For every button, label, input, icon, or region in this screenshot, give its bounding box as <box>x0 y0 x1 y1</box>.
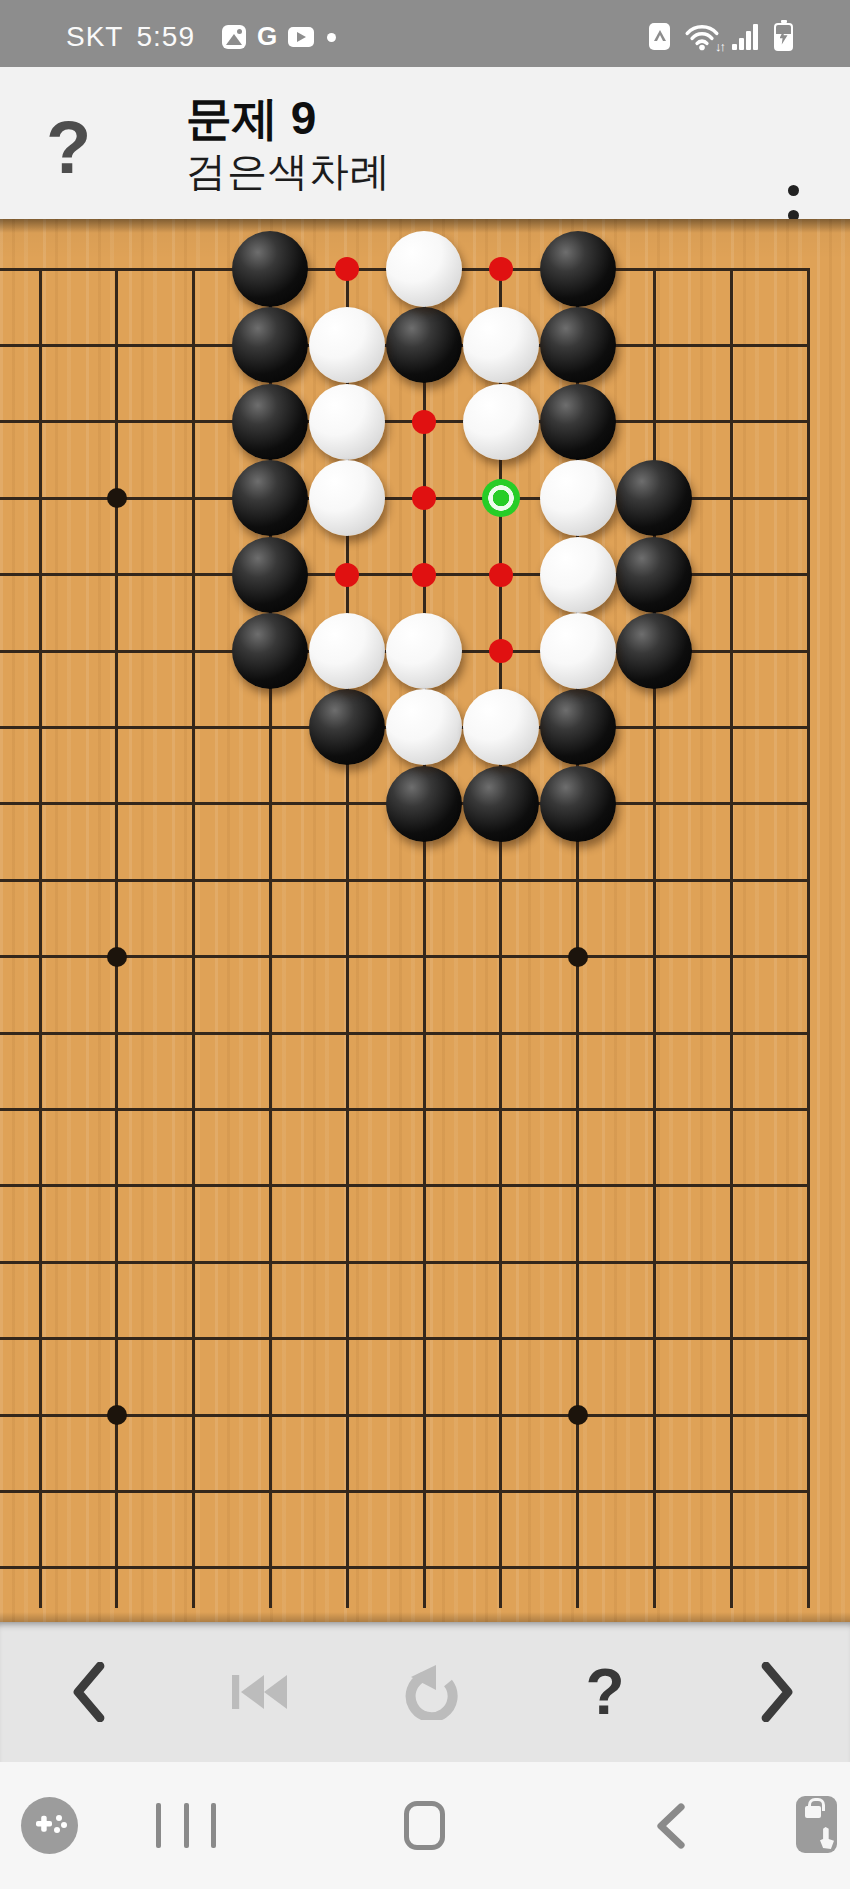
black-stone <box>616 613 692 689</box>
star-point <box>107 947 127 967</box>
star-point <box>107 488 127 508</box>
notification-dot-icon <box>327 33 336 42</box>
home-button[interactable] <box>404 1801 445 1850</box>
grid-line-horizontal <box>0 1032 810 1035</box>
go-board[interactable] <box>0 219 850 1622</box>
status-left: SKT 5:59 G <box>66 21 336 53</box>
app-header: ? 문제 9 검은색차례 <box>0 67 850 219</box>
star-point <box>107 1405 127 1425</box>
white-stone <box>309 384 385 460</box>
page-title: 문제 9 <box>186 90 391 146</box>
grid-line-vertical <box>423 268 426 1608</box>
red-dot-marker <box>335 563 359 587</box>
title-block: 문제 9 검은색차례 <box>186 67 391 219</box>
black-stone <box>463 766 539 842</box>
wifi-traffic-arrows: ↓↑ <box>715 39 724 54</box>
white-stone <box>309 460 385 536</box>
white-stone <box>309 307 385 383</box>
red-dot-marker <box>489 563 513 587</box>
black-stone <box>232 460 308 536</box>
black-stone <box>232 613 308 689</box>
grid-line-vertical <box>807 268 810 1608</box>
black-stone <box>540 307 616 383</box>
black-stone <box>386 766 462 842</box>
grid-line-horizontal <box>0 1566 810 1569</box>
app-screen: SKT 5:59 G ↓↑ <box>0 0 850 1889</box>
screen-pin-button[interactable] <box>796 1796 837 1853</box>
black-stone <box>232 537 308 613</box>
black-stone <box>616 537 692 613</box>
black-stone <box>540 689 616 765</box>
red-dot-marker <box>489 639 513 663</box>
recents-button[interactable] <box>156 1803 216 1848</box>
back-button[interactable] <box>650 1803 690 1848</box>
grid-line-vertical <box>730 268 733 1608</box>
red-dot-marker <box>412 486 436 510</box>
android-nav-bar <box>0 1762 850 1889</box>
turn-indicator: 검은색차례 <box>186 146 391 196</box>
google-notification-icon: G <box>257 21 277 52</box>
wifi-icon: ↓↑ <box>684 23 720 51</box>
help-button[interactable]: ? <box>46 111 91 185</box>
red-dot-marker <box>335 257 359 281</box>
game-tools-fab[interactable] <box>21 1797 78 1854</box>
signal-strength-icon <box>732 24 762 50</box>
next-problem-button[interactable] <box>702 1622 850 1762</box>
status-bar: SKT 5:59 G ↓↑ <box>0 0 850 67</box>
gallery-notification-icon <box>222 25 246 49</box>
battery-charging-icon <box>774 23 793 51</box>
grid-line-horizontal <box>0 1261 810 1264</box>
white-stone <box>386 231 462 307</box>
black-stone <box>616 460 692 536</box>
battery-saver-icon <box>649 23 670 50</box>
white-stone <box>386 613 462 689</box>
black-stone <box>309 689 385 765</box>
grid-line-horizontal <box>0 1490 810 1493</box>
star-point <box>568 947 588 967</box>
black-stone <box>540 231 616 307</box>
board-bottom-shadow <box>0 1612 850 1622</box>
white-stone <box>540 537 616 613</box>
rewind-to-start-button[interactable] <box>186 1622 336 1762</box>
carrier-label: SKT <box>66 21 123 53</box>
previous-problem-button[interactable] <box>14 1622 164 1762</box>
red-dot-marker <box>489 257 513 281</box>
black-stone <box>386 307 462 383</box>
grid-line-horizontal <box>0 1184 810 1187</box>
black-stone <box>540 384 616 460</box>
grid-line-horizontal <box>0 1108 810 1111</box>
hint-button[interactable]: ? <box>530 1622 680 1762</box>
grid-line-vertical <box>499 268 502 1608</box>
white-stone <box>463 689 539 765</box>
white-stone <box>540 613 616 689</box>
white-stone <box>463 384 539 460</box>
red-dot-marker <box>412 563 436 587</box>
grid-line-horizontal <box>0 1337 810 1340</box>
black-stone <box>232 384 308 460</box>
grid-line-horizontal <box>0 420 810 423</box>
red-dot-marker <box>412 410 436 434</box>
black-stone <box>540 766 616 842</box>
white-stone <box>309 613 385 689</box>
status-right: ↓↑ <box>638 23 793 51</box>
white-stone <box>386 689 462 765</box>
black-stone <box>232 307 308 383</box>
youtube-notification-icon <box>288 27 314 47</box>
clock: 5:59 <box>136 21 195 53</box>
white-stone <box>463 307 539 383</box>
grid-line-horizontal <box>0 879 810 882</box>
star-point <box>568 1405 588 1425</box>
undo-button[interactable] <box>358 1622 508 1762</box>
problem-toolbar: ? <box>0 1622 850 1762</box>
grid-line-vertical <box>192 268 195 1608</box>
black-stone <box>232 231 308 307</box>
grid-line-vertical <box>39 268 42 1608</box>
white-stone <box>540 460 616 536</box>
suggested-move-marker <box>482 479 520 517</box>
